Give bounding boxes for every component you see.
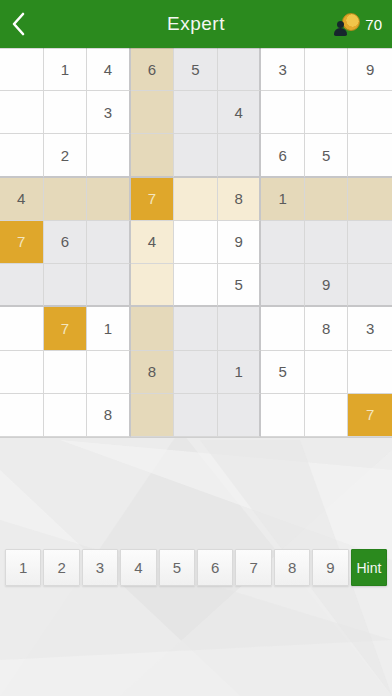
- cell-r3c2[interactable]: 2: [44, 134, 88, 177]
- cell-r9c7[interactable]: [261, 394, 305, 437]
- cell-r4c6[interactable]: 8: [218, 178, 262, 221]
- cell-r4c1[interactable]: 4: [0, 178, 44, 221]
- cell-r2c2[interactable]: [44, 91, 88, 134]
- page-title: Expert: [167, 13, 225, 35]
- cell-r7c8[interactable]: 8: [305, 307, 349, 350]
- cell-r3c4[interactable]: [131, 134, 175, 177]
- cell-r6c3[interactable]: [87, 264, 131, 307]
- cell-r6c9[interactable]: [348, 264, 392, 307]
- cell-r1c4[interactable]: 6: [131, 48, 175, 91]
- coin-icon: [334, 12, 360, 36]
- numpad-button-9[interactable]: 9: [312, 549, 348, 586]
- cell-r2c9[interactable]: [348, 91, 392, 134]
- cell-r1c5[interactable]: 5: [174, 48, 218, 91]
- cell-r8c1[interactable]: [0, 351, 44, 394]
- cell-r9c8[interactable]: [305, 394, 349, 437]
- cell-r6c1[interactable]: [0, 264, 44, 307]
- cell-r5c4[interactable]: 4: [131, 221, 175, 264]
- back-icon: [8, 11, 30, 37]
- cell-r4c7[interactable]: 1: [261, 178, 305, 221]
- numpad-button-2[interactable]: 2: [43, 549, 79, 586]
- cell-r5c1[interactable]: 7: [0, 221, 44, 264]
- cell-r2c8[interactable]: [305, 91, 349, 134]
- cell-r7c4[interactable]: [131, 307, 175, 350]
- cell-r6c8[interactable]: 9: [305, 264, 349, 307]
- sudoku-board: 146539342654781764959718381587: [0, 48, 392, 438]
- numpad-button-8[interactable]: 8: [274, 549, 310, 586]
- cell-r3c9[interactable]: [348, 134, 392, 177]
- numpad: 1 2 3 4 5 6 7 8 9 Hint: [5, 549, 387, 586]
- coin-count: 70: [365, 16, 382, 33]
- cell-r8c8[interactable]: [305, 351, 349, 394]
- cell-r8c3[interactable]: [87, 351, 131, 394]
- cell-r8c6[interactable]: 1: [218, 351, 262, 394]
- cell-r2c1[interactable]: [0, 91, 44, 134]
- cell-r1c6[interactable]: [218, 48, 262, 91]
- cell-r1c2[interactable]: 1: [44, 48, 88, 91]
- numpad-button-6[interactable]: 6: [197, 549, 233, 586]
- cell-r6c2[interactable]: [44, 264, 88, 307]
- cell-r1c9[interactable]: 9: [348, 48, 392, 91]
- cell-r1c8[interactable]: [305, 48, 349, 91]
- cell-r7c3[interactable]: 1: [87, 307, 131, 350]
- cell-r6c5[interactable]: [174, 264, 218, 307]
- cell-r8c5[interactable]: [174, 351, 218, 394]
- cell-r7c6[interactable]: [218, 307, 262, 350]
- cell-r4c3[interactable]: [87, 178, 131, 221]
- cell-r2c6[interactable]: 4: [218, 91, 262, 134]
- cell-r3c6[interactable]: [218, 134, 262, 177]
- cell-r4c4[interactable]: 7: [131, 178, 175, 221]
- cell-r3c1[interactable]: [0, 134, 44, 177]
- cell-r7c5[interactable]: [174, 307, 218, 350]
- numpad-button-7[interactable]: 7: [235, 549, 271, 586]
- numpad-button-1[interactable]: 1: [5, 549, 41, 586]
- cell-r2c5[interactable]: [174, 91, 218, 134]
- cell-r7c9[interactable]: 3: [348, 307, 392, 350]
- cell-r4c2[interactable]: [44, 178, 88, 221]
- cell-r7c7[interactable]: [261, 307, 305, 350]
- numpad-button-4[interactable]: 4: [120, 549, 156, 586]
- cell-r9c4[interactable]: [131, 394, 175, 437]
- cell-r1c3[interactable]: 4: [87, 48, 131, 91]
- cell-r7c1[interactable]: [0, 307, 44, 350]
- cell-r3c8[interactable]: 5: [305, 134, 349, 177]
- cell-r2c7[interactable]: [261, 91, 305, 134]
- cell-r6c7[interactable]: [261, 264, 305, 307]
- cell-r1c7[interactable]: 3: [261, 48, 305, 91]
- cell-r5c6[interactable]: 9: [218, 221, 262, 264]
- cell-r9c3[interactable]: 8: [87, 394, 131, 437]
- cell-r4c8[interactable]: [305, 178, 349, 221]
- cell-r1c1[interactable]: [0, 48, 44, 91]
- cell-r3c3[interactable]: [87, 134, 131, 177]
- cell-r2c4[interactable]: [131, 91, 175, 134]
- cell-r9c9[interactable]: 7: [348, 394, 392, 437]
- cell-r4c5[interactable]: [174, 178, 218, 221]
- cell-r5c5[interactable]: [174, 221, 218, 264]
- numpad-button-5[interactable]: 5: [159, 549, 195, 586]
- cell-r9c2[interactable]: [44, 394, 88, 437]
- cell-r9c6[interactable]: [218, 394, 262, 437]
- cell-r8c4[interactable]: 8: [131, 351, 175, 394]
- cell-r8c7[interactable]: 5: [261, 351, 305, 394]
- cell-r5c8[interactable]: [305, 221, 349, 264]
- cell-r5c9[interactable]: [348, 221, 392, 264]
- cell-r9c5[interactable]: [174, 394, 218, 437]
- numpad-button-3[interactable]: 3: [82, 549, 118, 586]
- back-button[interactable]: [0, 0, 46, 48]
- cell-r3c7[interactable]: 6: [261, 134, 305, 177]
- hint-button[interactable]: Hint: [351, 549, 387, 586]
- cell-r9c1[interactable]: [0, 394, 44, 437]
- cell-r8c9[interactable]: [348, 351, 392, 394]
- cell-r4c9[interactable]: [348, 178, 392, 221]
- cell-r5c2[interactable]: 6: [44, 221, 88, 264]
- cell-r7c2[interactable]: 7: [44, 307, 88, 350]
- cell-r2c3[interactable]: 3: [87, 91, 131, 134]
- cell-r6c4[interactable]: [131, 264, 175, 307]
- cell-r5c3[interactable]: [87, 221, 131, 264]
- coin-badge[interactable]: 70: [334, 12, 392, 36]
- cell-r6c6[interactable]: 5: [218, 264, 262, 307]
- person-icon: [334, 21, 347, 36]
- cell-r5c7[interactable]: [261, 221, 305, 264]
- cell-r3c5[interactable]: [174, 134, 218, 177]
- app-header: Expert 70: [0, 0, 392, 48]
- cell-r8c2[interactable]: [44, 351, 88, 394]
